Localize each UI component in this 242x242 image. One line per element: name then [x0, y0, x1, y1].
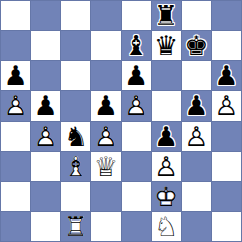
square-b5[interactable]: ♟♙ — [31, 91, 60, 120]
white-pawn-outline-glyph: ♙ — [184, 122, 208, 151]
white-pawn-outline-glyph: ♙ — [124, 91, 148, 120]
square-b6[interactable] — [31, 61, 60, 90]
square-a2[interactable] — [1, 182, 30, 211]
white-pawn-piece: ♟♙ — [91, 122, 120, 151]
white-pawn-piece: ♟♙ — [152, 152, 181, 181]
square-g2[interactable] — [182, 182, 211, 211]
white-queen-piece: ♛♕ — [91, 152, 120, 181]
square-f2[interactable]: ♚♔ — [152, 182, 181, 211]
square-b2[interactable] — [31, 182, 60, 211]
white-pawn-piece: ♟♙ — [1, 91, 30, 120]
white-pawn-piece: ♟♙ — [182, 122, 211, 151]
square-c6[interactable] — [61, 61, 90, 90]
white-knight-piece: ♞♘ — [152, 212, 181, 241]
square-a8[interactable] — [1, 1, 30, 30]
black-pawn-piece: ♟♙ — [212, 61, 241, 90]
black-pawn-outline-glyph: ♙ — [94, 91, 118, 120]
white-knight-outline-glyph: ♘ — [154, 212, 178, 241]
white-rook-outline-glyph: ♖ — [64, 212, 88, 241]
white-pawn-outline-glyph: ♙ — [154, 152, 178, 181]
chess-board: ♜♖♝♗♛♕♚♔♟♙♟♙♟♙♟♙♟♙♟♙♟♙♟♙♟♙♟♙♞♘♟♙♟♙♟♙♝♗♛♕… — [0, 0, 242, 242]
square-a7[interactable] — [1, 31, 30, 60]
black-knight-piece: ♞♘ — [61, 122, 90, 151]
square-e7[interactable]: ♝♗ — [122, 31, 151, 60]
black-pawn-outline-glyph: ♙ — [154, 122, 178, 151]
square-h1[interactable] — [212, 212, 241, 241]
square-d1[interactable] — [91, 212, 120, 241]
square-e3[interactable] — [122, 152, 151, 181]
black-queen-piece: ♛♕ — [152, 31, 181, 60]
black-pawn-outline-glyph: ♙ — [34, 91, 58, 120]
white-queen-outline-glyph: ♕ — [94, 152, 118, 181]
square-d6[interactable] — [91, 61, 120, 90]
square-g7[interactable]: ♚♔ — [182, 31, 211, 60]
square-g3[interactable] — [182, 152, 211, 181]
square-d4[interactable]: ♟♙ — [91, 122, 120, 151]
square-c1[interactable]: ♜♖ — [61, 212, 90, 241]
square-b1[interactable] — [31, 212, 60, 241]
square-e8[interactable] — [122, 1, 151, 30]
square-c4[interactable]: ♞♘ — [61, 122, 90, 151]
square-f6[interactable] — [152, 61, 181, 90]
square-c5[interactable] — [61, 91, 90, 120]
white-rook-piece: ♜♖ — [61, 212, 90, 241]
square-d7[interactable] — [91, 31, 120, 60]
black-pawn-piece: ♟♙ — [152, 122, 181, 151]
square-c3[interactable]: ♝♗ — [61, 152, 90, 181]
black-pawn-piece: ♟♙ — [182, 91, 211, 120]
white-pawn-piece: ♟♙ — [212, 91, 241, 120]
square-g1[interactable] — [182, 212, 211, 241]
square-e1[interactable] — [122, 212, 151, 241]
square-b3[interactable] — [31, 152, 60, 181]
square-a3[interactable] — [1, 152, 30, 181]
square-f5[interactable] — [152, 91, 181, 120]
white-pawn-piece: ♟♙ — [122, 91, 151, 120]
black-pawn-piece: ♟♙ — [31, 91, 60, 120]
square-h8[interactable] — [212, 1, 241, 30]
square-d2[interactable] — [91, 182, 120, 211]
square-f8[interactable]: ♜♖ — [152, 1, 181, 30]
square-h7[interactable] — [212, 31, 241, 60]
square-g6[interactable] — [182, 61, 211, 90]
square-d5[interactable]: ♟♙ — [91, 91, 120, 120]
square-h6[interactable]: ♟♙ — [212, 61, 241, 90]
black-bishop-piece: ♝♗ — [122, 31, 151, 60]
black-pawn-outline-glyph: ♙ — [184, 91, 208, 120]
square-d3[interactable]: ♛♕ — [91, 152, 120, 181]
white-pawn-outline-glyph: ♙ — [94, 122, 118, 151]
square-c2[interactable] — [61, 182, 90, 211]
square-f7[interactable]: ♛♕ — [152, 31, 181, 60]
square-g4[interactable]: ♟♙ — [182, 122, 211, 151]
black-king-piece: ♚♔ — [182, 31, 211, 60]
square-a6[interactable]: ♟♙ — [1, 61, 30, 90]
black-bishop-outline-glyph: ♗ — [124, 31, 148, 60]
black-pawn-piece: ♟♙ — [91, 91, 120, 120]
black-rook-piece: ♜♖ — [152, 1, 181, 30]
square-d8[interactable] — [91, 1, 120, 30]
square-c7[interactable] — [61, 31, 90, 60]
square-h3[interactable] — [212, 152, 241, 181]
white-pawn-outline-glyph: ♙ — [3, 91, 27, 120]
white-bishop-piece: ♝♗ — [61, 152, 90, 181]
square-a1[interactable] — [1, 212, 30, 241]
square-h4[interactable] — [212, 122, 241, 151]
square-e2[interactable] — [122, 182, 151, 211]
square-e6[interactable]: ♟♙ — [122, 61, 151, 90]
square-b8[interactable] — [31, 1, 60, 30]
square-e5[interactable]: ♟♙ — [122, 91, 151, 120]
square-g8[interactable] — [182, 1, 211, 30]
white-pawn-piece: ♟♙ — [31, 122, 60, 151]
square-a5[interactable]: ♟♙ — [1, 91, 30, 120]
white-king-piece: ♚♔ — [152, 182, 181, 211]
black-pawn-piece: ♟♙ — [122, 61, 151, 90]
black-king-outline-glyph: ♔ — [184, 31, 208, 60]
white-king-outline-glyph: ♔ — [154, 182, 178, 211]
square-a4[interactable] — [1, 122, 30, 151]
white-pawn-outline-glyph: ♙ — [214, 91, 238, 120]
black-queen-outline-glyph: ♕ — [154, 31, 178, 60]
square-b7[interactable] — [31, 31, 60, 60]
white-bishop-outline-glyph: ♗ — [64, 152, 88, 181]
square-c8[interactable] — [61, 1, 90, 30]
white-pawn-outline-glyph: ♙ — [34, 122, 58, 151]
square-h2[interactable] — [212, 182, 241, 211]
square-f4[interactable]: ♟♙ — [152, 122, 181, 151]
square-f3[interactable]: ♟♙ — [152, 152, 181, 181]
black-pawn-piece: ♟♙ — [1, 61, 30, 90]
square-f1[interactable]: ♞♘ — [152, 212, 181, 241]
square-h5[interactable]: ♟♙ — [212, 91, 241, 120]
square-g5[interactable]: ♟♙ — [182, 91, 211, 120]
black-rook-outline-glyph: ♖ — [154, 1, 178, 30]
black-knight-outline-glyph: ♘ — [64, 122, 88, 151]
black-pawn-outline-glyph: ♙ — [124, 61, 148, 90]
square-b4[interactable]: ♟♙ — [31, 122, 60, 151]
black-pawn-outline-glyph: ♙ — [214, 61, 238, 90]
black-pawn-outline-glyph: ♙ — [3, 61, 27, 90]
square-e4[interactable] — [122, 122, 151, 151]
